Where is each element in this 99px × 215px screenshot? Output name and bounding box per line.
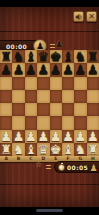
square-e6[interactable] <box>50 77 62 90</box>
piece-black-pawn[interactable]: ♟ <box>62 63 74 76</box>
square-b2[interactable]: ♟ <box>12 130 24 143</box>
piece-black-pawn[interactable]: ♟ <box>13 63 25 76</box>
white-captured-pieces-indicator <box>46 165 51 169</box>
square-d2[interactable]: ♟ <box>37 130 49 143</box>
file-label-a: A <box>0 156 12 162</box>
square-a8[interactable]: ♜ <box>0 50 12 63</box>
square-e7[interactable]: ♟ <box>50 63 62 76</box>
square-g8[interactable]: ♞ <box>74 50 86 63</box>
square-e8[interactable]: ♚ <box>50 50 62 63</box>
square-d7[interactable]: ♟ <box>37 63 49 76</box>
square-b4[interactable] <box>12 103 24 116</box>
square-f3[interactable] <box>62 116 74 129</box>
white-clock: 00:05 <box>67 164 88 171</box>
square-g6[interactable] <box>74 77 86 90</box>
square-e5[interactable] <box>50 90 62 103</box>
square-d4[interactable] <box>37 103 49 116</box>
square-g1[interactable]: ♞ <box>74 143 86 156</box>
square-d3[interactable] <box>37 116 49 129</box>
square-b8[interactable]: ♞ <box>12 50 24 63</box>
piece-white-pawn[interactable]: ♟ <box>62 130 74 143</box>
square-h2[interactable]: ♟ <box>87 130 99 143</box>
square-f6[interactable] <box>62 77 74 90</box>
square-g2[interactable]: ♟ <box>74 130 86 143</box>
square-d6[interactable] <box>37 77 49 90</box>
square-h4[interactable] <box>87 103 99 116</box>
piece-black-pawn[interactable]: ♟ <box>75 63 87 76</box>
square-b6[interactable] <box>12 77 24 90</box>
square-h3[interactable] <box>87 116 99 129</box>
square-f4[interactable] <box>62 103 74 116</box>
piece-black-bishop[interactable]: ♝ <box>62 50 74 63</box>
white-clock-bar: 00:05 ♟ <box>54 161 99 173</box>
square-f5[interactable] <box>62 90 74 103</box>
square-h7[interactable]: ♟ <box>87 63 99 76</box>
piece-white-pawn[interactable]: ♟ <box>13 130 25 143</box>
piece-white-pawn[interactable]: ♟ <box>50 130 62 143</box>
square-c4[interactable] <box>25 103 37 116</box>
square-f1[interactable]: ♝ <box>62 143 74 156</box>
square-c6[interactable] <box>25 77 37 90</box>
file-label-b: B <box>12 156 24 162</box>
small-black-piece-icon: ♟ <box>55 40 63 49</box>
sound-button[interactable] <box>73 11 84 22</box>
piece-black-knight[interactable]: ♞ <box>13 50 25 63</box>
square-g5[interactable] <box>74 90 86 103</box>
close-button[interactable]: ✕ <box>86 11 97 22</box>
stopwatch-icon <box>58 164 65 171</box>
piece-black-rook[interactable]: ♜ <box>87 50 99 63</box>
square-f8[interactable]: ♝ <box>62 50 74 63</box>
piece-black-bishop[interactable]: ♝ <box>25 50 37 63</box>
piece-black-king[interactable]: ♚ <box>50 50 62 63</box>
piece-white-pawn[interactable]: ♟ <box>37 130 49 143</box>
square-e1[interactable]: ♚ <box>50 143 62 156</box>
square-d1[interactable]: ♛ <box>37 143 49 156</box>
square-c1[interactable]: ♝ <box>25 143 37 156</box>
square-h8[interactable]: ♜ <box>87 50 99 63</box>
square-f7[interactable]: ♟ <box>62 63 74 76</box>
square-c2[interactable]: ♟ <box>25 130 37 143</box>
square-h5[interactable] <box>87 90 99 103</box>
piece-white-pawn[interactable]: ♟ <box>75 130 87 143</box>
chess-board: ♜♞♝♛♚♝♞♜♟♟♟♟♟♟♟♟♟♟♟♟♟♟♟♟♜♞♝♛♚♝♞♜ <box>0 50 99 156</box>
piece-black-pawn[interactable]: ♟ <box>37 63 49 76</box>
piece-black-queen[interactable]: ♛ <box>37 50 49 63</box>
square-a5[interactable] <box>0 90 12 103</box>
square-b7[interactable]: ♟ <box>12 63 24 76</box>
square-a3[interactable] <box>0 116 12 129</box>
square-g3[interactable] <box>74 116 86 129</box>
square-c5[interactable] <box>25 90 37 103</box>
speaker-icon <box>75 13 83 21</box>
square-g4[interactable] <box>74 103 86 116</box>
square-b5[interactable] <box>12 90 24 103</box>
square-c8[interactable]: ♝ <box>25 50 37 63</box>
piece-black-pawn[interactable]: ♟ <box>87 63 99 76</box>
square-f2[interactable]: ♟ <box>62 130 74 143</box>
piece-white-king[interactable]: ♚ <box>50 143 62 156</box>
piece-black-pawn[interactable]: ♟ <box>50 63 62 76</box>
piece-white-pawn[interactable]: ♟ <box>0 130 12 143</box>
piece-white-pawn[interactable]: ♟ <box>25 130 37 143</box>
white-pawn-icon: ♟ <box>90 163 98 173</box>
square-e3[interactable] <box>50 116 62 129</box>
piece-black-rook[interactable]: ♜ <box>0 50 12 63</box>
square-a2[interactable]: ♟ <box>0 130 12 143</box>
home-indicator[interactable] <box>36 209 63 212</box>
piece-white-queen[interactable]: ♛ <box>37 143 49 156</box>
square-h6[interactable] <box>87 77 99 90</box>
square-b1[interactable]: ♞ <box>12 143 24 156</box>
piece-white-knight[interactable]: ♞ <box>13 143 25 156</box>
square-d5[interactable] <box>37 90 49 103</box>
square-a6[interactable] <box>0 77 12 90</box>
star-icon: ☆ <box>35 161 42 169</box>
square-e2[interactable]: ♟ <box>50 130 62 143</box>
app-screen: ✕ 00:00 ♟ ♟ ♜♞♝♛♚♝♞♜♟♟♟♟♟♟♟♟♟♟♟♟♟♟♟♟♜♞♝♛… <box>0 0 99 215</box>
square-c7[interactable]: ♟ <box>25 63 37 76</box>
square-a1[interactable]: ♜ <box>0 143 12 156</box>
piece-white-knight[interactable]: ♞ <box>75 143 87 156</box>
square-d8[interactable]: ♛ <box>37 50 49 63</box>
piece-white-bishop[interactable]: ♝ <box>62 143 74 156</box>
square-c3[interactable] <box>25 116 37 129</box>
square-a4[interactable] <box>0 103 12 116</box>
piece-white-pawn[interactable]: ♟ <box>87 130 99 143</box>
piece-black-knight[interactable]: ♞ <box>75 50 87 63</box>
square-g7[interactable]: ♟ <box>74 63 86 76</box>
square-b3[interactable] <box>12 116 24 129</box>
square-e4[interactable] <box>50 103 62 116</box>
piece-black-pawn[interactable]: ♟ <box>25 63 37 76</box>
piece-white-rook[interactable]: ♜ <box>0 143 12 156</box>
close-icon: ✕ <box>88 11 95 22</box>
piece-white-rook[interactable]: ♜ <box>87 143 99 156</box>
piece-white-bishop[interactable]: ♝ <box>25 143 37 156</box>
square-h1[interactable]: ♜ <box>87 143 99 156</box>
piece-black-pawn[interactable]: ♟ <box>0 63 12 76</box>
square-a7[interactable]: ♟ <box>0 63 12 76</box>
